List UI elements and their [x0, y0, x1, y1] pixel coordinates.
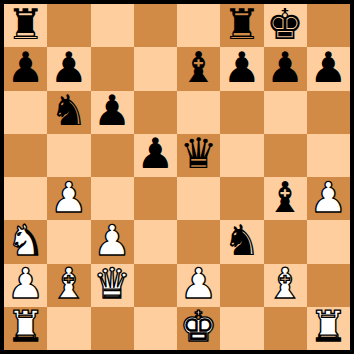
- square-g5[interactable]: [264, 134, 307, 177]
- square-a6[interactable]: [4, 91, 47, 134]
- square-c7[interactable]: [91, 47, 134, 90]
- square-b6[interactable]: ♞: [47, 91, 90, 134]
- chess-board: ♜♜♚♟♟♝♟♟♟♞♟♟♛♟♝♟♞♟♞♟♝♛♟♝♜♚♜: [4, 4, 350, 350]
- black-pawn: ♟: [7, 47, 45, 89]
- square-a5[interactable]: [4, 134, 47, 177]
- square-h2[interactable]: [307, 264, 350, 307]
- square-e2[interactable]: ♟: [177, 264, 220, 307]
- square-a1[interactable]: ♜: [4, 307, 47, 350]
- square-h1[interactable]: ♜: [307, 307, 350, 350]
- square-a2[interactable]: ♟: [4, 264, 47, 307]
- square-d2[interactable]: [134, 264, 177, 307]
- square-b1[interactable]: [47, 307, 90, 350]
- square-e5[interactable]: ♛: [177, 134, 220, 177]
- black-rook: ♜: [223, 4, 261, 46]
- black-knight: ♞: [223, 220, 261, 262]
- white-bishop: ♝: [266, 263, 304, 305]
- square-g7[interactable]: ♟: [264, 47, 307, 90]
- black-pawn: ♟: [93, 90, 131, 132]
- square-e7[interactable]: ♝: [177, 47, 220, 90]
- square-c4[interactable]: [91, 177, 134, 220]
- square-h8[interactable]: [307, 4, 350, 47]
- square-d5[interactable]: ♟: [134, 134, 177, 177]
- white-pawn: ♟: [7, 263, 45, 305]
- square-e3[interactable]: [177, 220, 220, 263]
- black-pawn: ♟: [50, 47, 88, 89]
- square-d8[interactable]: [134, 4, 177, 47]
- square-c3[interactable]: ♟: [91, 220, 134, 263]
- square-b3[interactable]: [47, 220, 90, 263]
- square-b8[interactable]: [47, 4, 90, 47]
- square-c1[interactable]: [91, 307, 134, 350]
- white-pawn: ♟: [50, 177, 88, 219]
- square-h3[interactable]: [307, 220, 350, 263]
- square-e4[interactable]: [177, 177, 220, 220]
- square-b7[interactable]: ♟: [47, 47, 90, 90]
- square-f5[interactable]: [220, 134, 263, 177]
- square-g1[interactable]: [264, 307, 307, 350]
- square-f8[interactable]: ♜: [220, 4, 263, 47]
- black-queen: ♛: [180, 133, 218, 175]
- square-h6[interactable]: [307, 91, 350, 134]
- square-f6[interactable]: [220, 91, 263, 134]
- square-g2[interactable]: ♝: [264, 264, 307, 307]
- square-c8[interactable]: [91, 4, 134, 47]
- square-d7[interactable]: [134, 47, 177, 90]
- square-b5[interactable]: [47, 134, 90, 177]
- square-g3[interactable]: [264, 220, 307, 263]
- white-pawn: ♟: [93, 220, 131, 262]
- square-f4[interactable]: [220, 177, 263, 220]
- square-d1[interactable]: [134, 307, 177, 350]
- white-rook: ♜: [310, 306, 348, 348]
- square-c2[interactable]: ♛: [91, 264, 134, 307]
- black-rook: ♜: [7, 4, 45, 46]
- square-a7[interactable]: ♟: [4, 47, 47, 90]
- square-b4[interactable]: ♟: [47, 177, 90, 220]
- square-a3[interactable]: ♞: [4, 220, 47, 263]
- white-king: ♚: [180, 306, 218, 348]
- square-h7[interactable]: ♟: [307, 47, 350, 90]
- white-queen: ♛: [93, 263, 131, 305]
- square-d3[interactable]: [134, 220, 177, 263]
- black-pawn: ♟: [266, 47, 304, 89]
- black-bishop: ♝: [266, 177, 304, 219]
- square-h5[interactable]: [307, 134, 350, 177]
- square-h4[interactable]: ♟: [307, 177, 350, 220]
- white-rook: ♜: [7, 306, 45, 348]
- square-g8[interactable]: ♚: [264, 4, 307, 47]
- chess-board-frame: ♜♜♚♟♟♝♟♟♟♞♟♟♛♟♝♟♞♟♞♟♝♛♟♝♜♚♜: [0, 0, 354, 354]
- white-pawn: ♟: [180, 263, 218, 305]
- square-e8[interactable]: [177, 4, 220, 47]
- square-e1[interactable]: ♚: [177, 307, 220, 350]
- square-a8[interactable]: ♜: [4, 4, 47, 47]
- black-pawn: ♟: [223, 47, 261, 89]
- square-f7[interactable]: ♟: [220, 47, 263, 90]
- square-d6[interactable]: [134, 91, 177, 134]
- white-knight: ♞: [7, 220, 45, 262]
- square-f1[interactable]: [220, 307, 263, 350]
- square-c6[interactable]: ♟: [91, 91, 134, 134]
- square-g4[interactable]: ♝: [264, 177, 307, 220]
- square-f2[interactable]: [220, 264, 263, 307]
- white-pawn: ♟: [310, 177, 348, 219]
- square-a4[interactable]: [4, 177, 47, 220]
- square-d4[interactable]: [134, 177, 177, 220]
- black-bishop: ♝: [180, 47, 218, 89]
- square-c5[interactable]: [91, 134, 134, 177]
- black-king: ♚: [266, 4, 304, 46]
- black-pawn: ♟: [137, 133, 175, 175]
- square-e6[interactable]: [177, 91, 220, 134]
- square-f3[interactable]: ♞: [220, 220, 263, 263]
- black-pawn: ♟: [310, 47, 348, 89]
- square-b2[interactable]: ♝: [47, 264, 90, 307]
- square-g6[interactable]: [264, 91, 307, 134]
- white-bishop: ♝: [50, 263, 88, 305]
- black-knight: ♞: [50, 90, 88, 132]
